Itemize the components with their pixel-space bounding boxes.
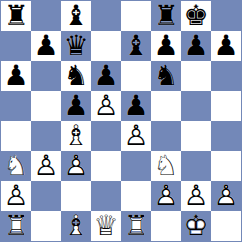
white-pawn[interactable]: ♟♙ — [211, 181, 241, 211]
white-pawn[interactable]: ♟♙ — [181, 181, 211, 211]
black-pawn-glyph: ♟ — [151, 31, 181, 61]
white-knight-outline: ♘ — [1, 151, 31, 181]
black-knight-glyph: ♞ — [61, 61, 91, 91]
white-pawn[interactable]: ♟♙ — [31, 151, 61, 181]
square-a8[interactable]: ♜ — [1, 1, 31, 31]
square-d3[interactable] — [91, 151, 121, 181]
black-bishop-glyph: ♝ — [121, 31, 151, 61]
square-g3[interactable] — [181, 151, 211, 181]
white-king[interactable]: ♚♔ — [181, 211, 211, 241]
black-pawn-glyph: ♟ — [91, 61, 121, 91]
square-b1[interactable] — [31, 211, 61, 241]
square-g2[interactable]: ♟♙ — [181, 181, 211, 211]
square-b6[interactable] — [31, 61, 61, 91]
white-bishop[interactable]: ♝♗ — [61, 121, 91, 151]
square-f1[interactable] — [151, 211, 181, 241]
black-pawn[interactable]: ♟ — [151, 31, 181, 61]
black-pawn-glyph: ♟ — [181, 31, 211, 61]
square-a6[interactable]: ♟ — [1, 61, 31, 91]
white-pawn[interactable]: ♟♙ — [121, 121, 151, 151]
square-d1[interactable]: ♛♕ — [91, 211, 121, 241]
black-knight-glyph: ♞ — [151, 61, 181, 91]
square-e5[interactable]: ♟ — [121, 91, 151, 121]
square-e1[interactable]: ♜♖ — [121, 211, 151, 241]
square-f5[interactable] — [151, 91, 181, 121]
black-rook[interactable]: ♜ — [151, 1, 181, 31]
square-g4[interactable] — [181, 121, 211, 151]
white-pawn[interactable]: ♟♙ — [91, 91, 121, 121]
square-d6[interactable]: ♟ — [91, 61, 121, 91]
white-pawn-outline: ♙ — [1, 181, 31, 211]
square-b3[interactable]: ♟♙ — [31, 151, 61, 181]
black-pawn[interactable]: ♟ — [121, 91, 151, 121]
white-knight[interactable]: ♞♘ — [1, 151, 31, 181]
white-pawn[interactable]: ♟♙ — [151, 181, 181, 211]
square-g1[interactable]: ♚♔ — [181, 211, 211, 241]
square-b8[interactable] — [31, 1, 61, 31]
black-king[interactable]: ♚ — [181, 1, 211, 31]
white-pawn-outline: ♙ — [121, 121, 151, 151]
square-a1[interactable]: ♜♖ — [1, 211, 31, 241]
square-c7[interactable]: ♛ — [61, 31, 91, 61]
square-h8[interactable] — [211, 1, 241, 31]
square-d4[interactable] — [91, 121, 121, 151]
square-a5[interactable] — [1, 91, 31, 121]
white-pawn-outline: ♙ — [151, 181, 181, 211]
square-g8[interactable]: ♚ — [181, 1, 211, 31]
black-bishop[interactable]: ♝ — [121, 31, 151, 61]
white-rook[interactable]: ♜♖ — [1, 211, 31, 241]
square-d8[interactable] — [91, 1, 121, 31]
square-f4[interactable] — [151, 121, 181, 151]
square-f7[interactable]: ♟ — [151, 31, 181, 61]
square-d7[interactable] — [91, 31, 121, 61]
square-h4[interactable] — [211, 121, 241, 151]
white-rook-outline: ♖ — [1, 211, 31, 241]
white-bishop-outline: ♗ — [61, 121, 91, 151]
square-h1[interactable] — [211, 211, 241, 241]
square-a7[interactable] — [1, 31, 31, 61]
square-b5[interactable] — [31, 91, 61, 121]
white-rook-outline: ♖ — [121, 211, 151, 241]
square-h6[interactable] — [211, 61, 241, 91]
square-e4[interactable]: ♟♙ — [121, 121, 151, 151]
white-pawn[interactable]: ♟♙ — [1, 181, 31, 211]
white-queen-outline: ♕ — [91, 211, 121, 241]
white-pawn-outline: ♙ — [61, 151, 91, 181]
square-a3[interactable]: ♞♘ — [1, 151, 31, 181]
white-knight-outline: ♘ — [151, 151, 181, 181]
black-pawn-glyph: ♟ — [121, 91, 151, 121]
square-d2[interactable] — [91, 181, 121, 211]
square-e7[interactable]: ♝ — [121, 31, 151, 61]
black-pawn[interactable]: ♟ — [61, 91, 91, 121]
square-f6[interactable]: ♞ — [151, 61, 181, 91]
square-g7[interactable]: ♟ — [181, 31, 211, 61]
white-bishop[interactable]: ♝♗ — [61, 211, 91, 241]
white-pawn[interactable]: ♟♙ — [61, 151, 91, 181]
square-h7[interactable]: ♟ — [211, 31, 241, 61]
square-e8[interactable] — [121, 1, 151, 31]
square-a2[interactable]: ♟♙ — [1, 181, 31, 211]
black-pawn-glyph: ♟ — [1, 61, 31, 91]
black-queen[interactable]: ♛ — [61, 31, 91, 61]
white-queen[interactable]: ♛♕ — [91, 211, 121, 241]
black-pawn[interactable]: ♟ — [31, 31, 61, 61]
square-h2[interactable]: ♟♙ — [211, 181, 241, 211]
black-pawn-glyph: ♟ — [31, 31, 61, 61]
square-c1[interactable]: ♝♗ — [61, 211, 91, 241]
square-f8[interactable]: ♜ — [151, 1, 181, 31]
square-h5[interactable] — [211, 91, 241, 121]
square-h3[interactable] — [211, 151, 241, 181]
square-b2[interactable] — [31, 181, 61, 211]
square-c8[interactable]: ♝ — [61, 1, 91, 31]
square-e2[interactable] — [121, 181, 151, 211]
square-g6[interactable] — [181, 61, 211, 91]
square-c3[interactable]: ♟♙ — [61, 151, 91, 181]
black-king-glyph: ♚ — [181, 1, 211, 31]
square-f2[interactable]: ♟♙ — [151, 181, 181, 211]
square-g5[interactable] — [181, 91, 211, 121]
white-pawn-outline: ♙ — [181, 181, 211, 211]
square-c2[interactable] — [61, 181, 91, 211]
white-pawn-outline: ♙ — [31, 151, 61, 181]
white-pawn-outline: ♙ — [91, 91, 121, 121]
black-pawn-glyph: ♟ — [61, 91, 91, 121]
square-d5[interactable]: ♟♙ — [91, 91, 121, 121]
black-bishop[interactable]: ♝ — [61, 1, 91, 31]
black-pawn[interactable]: ♟ — [181, 31, 211, 61]
square-c6[interactable]: ♞ — [61, 61, 91, 91]
black-knight[interactable]: ♞ — [61, 61, 91, 91]
white-bishop-outline: ♗ — [61, 211, 91, 241]
black-rook[interactable]: ♜ — [1, 1, 31, 31]
black-queen-glyph: ♛ — [61, 31, 91, 61]
black-rook-glyph: ♜ — [1, 1, 31, 31]
black-bishop-glyph: ♝ — [61, 1, 91, 31]
black-pawn[interactable]: ♟ — [211, 31, 241, 61]
square-a4[interactable] — [1, 121, 31, 151]
square-c4[interactable]: ♝♗ — [61, 121, 91, 151]
square-e6[interactable] — [121, 61, 151, 91]
black-pawn[interactable]: ♟ — [1, 61, 31, 91]
chess-board: ♜♝♜♚♟♛♝♟♟♟♟♞♟♞♟♟♙♟♝♗♟♙♞♘♟♙♟♙♞♘♟♙♟♙♟♙♟♙♜♖… — [0, 0, 242, 242]
square-e3[interactable] — [121, 151, 151, 181]
black-rook-glyph: ♜ — [151, 1, 181, 31]
black-knight[interactable]: ♞ — [151, 61, 181, 91]
square-b7[interactable]: ♟ — [31, 31, 61, 61]
white-rook[interactable]: ♜♖ — [121, 211, 151, 241]
square-c5[interactable]: ♟ — [61, 91, 91, 121]
white-king-outline: ♔ — [181, 211, 211, 241]
square-b4[interactable] — [31, 121, 61, 151]
black-pawn[interactable]: ♟ — [91, 61, 121, 91]
square-f3[interactable]: ♞♘ — [151, 151, 181, 181]
white-knight[interactable]: ♞♘ — [151, 151, 181, 181]
white-pawn-outline: ♙ — [211, 181, 241, 211]
black-pawn-glyph: ♟ — [211, 31, 241, 61]
